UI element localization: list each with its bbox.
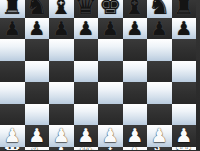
square-d8[interactable]: ♛ <box>74 0 99 18</box>
square-h2[interactable]: ♟ <box>172 125 197 147</box>
square-g1[interactable]: ♞ <box>147 147 172 151</box>
square-a5[interactable] <box>0 61 25 83</box>
piece-white-rook[interactable]: ♜ <box>1 147 23 151</box>
square-h3[interactable] <box>172 104 197 126</box>
square-d5[interactable] <box>74 61 99 83</box>
square-a7[interactable]: ♟ <box>0 18 25 40</box>
square-b8[interactable]: ♞ <box>25 0 50 18</box>
piece-black-bishop[interactable]: ♝ <box>50 0 72 18</box>
board-right-edge <box>196 0 200 150</box>
piece-black-pawn[interactable]: ♟ <box>53 19 70 38</box>
square-e7[interactable]: ♟ <box>98 18 123 40</box>
chess-board: ♜♞♝♛♚♝♞♜♟♟♟♟♟♟♟♟♟♟♟♟♟♟♟♟♜♞♝♛♚♝♞♜ <box>0 0 196 150</box>
piece-black-king[interactable]: ♚ <box>99 0 121 18</box>
square-e3[interactable] <box>98 104 123 126</box>
square-d2[interactable]: ♟ <box>74 125 99 147</box>
square-e8[interactable]: ♚ <box>98 0 123 18</box>
piece-white-knight[interactable]: ♞ <box>148 147 170 151</box>
square-g3[interactable] <box>147 104 172 126</box>
piece-black-rook[interactable]: ♜ <box>173 0 195 18</box>
square-h4[interactable] <box>172 82 197 104</box>
square-b3[interactable] <box>25 104 50 126</box>
piece-white-bishop[interactable]: ♝ <box>50 147 72 151</box>
square-g7[interactable]: ♟ <box>147 18 172 40</box>
piece-black-knight[interactable]: ♞ <box>26 0 48 18</box>
piece-white-queen[interactable]: ♛ <box>75 147 97 151</box>
square-g4[interactable] <box>147 82 172 104</box>
square-b7[interactable]: ♟ <box>25 18 50 40</box>
piece-white-pawn[interactable]: ♟ <box>77 126 94 145</box>
square-f3[interactable] <box>123 104 148 126</box>
square-c2[interactable]: ♟ <box>49 125 74 147</box>
square-h7[interactable]: ♟ <box>172 18 197 40</box>
piece-white-pawn[interactable]: ♟ <box>4 126 21 145</box>
piece-black-pawn[interactable]: ♟ <box>77 19 94 38</box>
square-b4[interactable] <box>25 82 50 104</box>
square-c3[interactable] <box>49 104 74 126</box>
square-f8[interactable]: ♝ <box>123 0 148 18</box>
square-g2[interactable]: ♟ <box>147 125 172 147</box>
piece-white-pawn[interactable]: ♟ <box>175 126 192 145</box>
piece-white-pawn[interactable]: ♟ <box>102 126 119 145</box>
square-h6[interactable] <box>172 39 197 61</box>
piece-black-queen[interactable]: ♛ <box>75 0 97 18</box>
piece-white-pawn[interactable]: ♟ <box>126 126 143 145</box>
square-d3[interactable] <box>74 104 99 126</box>
square-d4[interactable] <box>74 82 99 104</box>
square-h5[interactable] <box>172 61 197 83</box>
square-d7[interactable]: ♟ <box>74 18 99 40</box>
square-e1[interactable]: ♚ <box>98 147 123 151</box>
piece-black-pawn[interactable]: ♟ <box>28 19 45 38</box>
square-g5[interactable] <box>147 61 172 83</box>
square-e4[interactable] <box>98 82 123 104</box>
square-h8[interactable]: ♜ <box>172 0 197 18</box>
piece-white-rook[interactable]: ♜ <box>173 147 195 151</box>
piece-black-pawn[interactable]: ♟ <box>175 19 192 38</box>
piece-white-pawn[interactable]: ♟ <box>151 126 168 145</box>
square-c7[interactable]: ♟ <box>49 18 74 40</box>
square-a2[interactable]: ♟ <box>0 125 25 147</box>
square-g6[interactable] <box>147 39 172 61</box>
square-a8[interactable]: ♜ <box>0 0 25 18</box>
square-d1[interactable]: ♛ <box>74 147 99 151</box>
piece-white-knight[interactable]: ♞ <box>26 147 48 151</box>
square-f2[interactable]: ♟ <box>123 125 148 147</box>
piece-white-bishop[interactable]: ♝ <box>124 147 146 151</box>
square-e2[interactable]: ♟ <box>98 125 123 147</box>
chess-app-viewport: ♜♞♝♛♚♝♞♜♟♟♟♟♟♟♟♟♟♟♟♟♟♟♟♟♜♞♝♛♚♝♞♜ <box>0 0 200 150</box>
square-f1[interactable]: ♝ <box>123 147 148 151</box>
square-a3[interactable] <box>0 104 25 126</box>
piece-black-pawn[interactable]: ♟ <box>126 19 143 38</box>
square-f4[interactable] <box>123 82 148 104</box>
square-c4[interactable] <box>49 82 74 104</box>
square-e5[interactable] <box>98 61 123 83</box>
square-a4[interactable] <box>0 82 25 104</box>
piece-black-pawn[interactable]: ♟ <box>4 19 21 38</box>
piece-white-king[interactable]: ♚ <box>99 147 121 151</box>
square-h1[interactable]: ♜ <box>172 147 197 151</box>
square-b1[interactable]: ♞ <box>25 147 50 151</box>
piece-black-rook[interactable]: ♜ <box>1 0 23 18</box>
square-f7[interactable]: ♟ <box>123 18 148 40</box>
square-b2[interactable]: ♟ <box>25 125 50 147</box>
square-c1[interactable]: ♝ <box>49 147 74 151</box>
piece-black-pawn[interactable]: ♟ <box>102 19 119 38</box>
piece-white-pawn[interactable]: ♟ <box>53 126 70 145</box>
piece-black-knight[interactable]: ♞ <box>148 0 170 18</box>
square-c6[interactable] <box>49 39 74 61</box>
square-f6[interactable] <box>123 39 148 61</box>
square-e6[interactable] <box>98 39 123 61</box>
piece-white-pawn[interactable]: ♟ <box>28 126 45 145</box>
square-a6[interactable] <box>0 39 25 61</box>
piece-black-pawn[interactable]: ♟ <box>151 19 168 38</box>
square-b5[interactable] <box>25 61 50 83</box>
square-a1[interactable]: ♜ <box>0 147 25 151</box>
piece-black-bishop[interactable]: ♝ <box>124 0 146 18</box>
square-b6[interactable] <box>25 39 50 61</box>
square-f5[interactable] <box>123 61 148 83</box>
square-c8[interactable]: ♝ <box>49 0 74 18</box>
square-g8[interactable]: ♞ <box>147 0 172 18</box>
square-c5[interactable] <box>49 61 74 83</box>
square-d6[interactable] <box>74 39 99 61</box>
